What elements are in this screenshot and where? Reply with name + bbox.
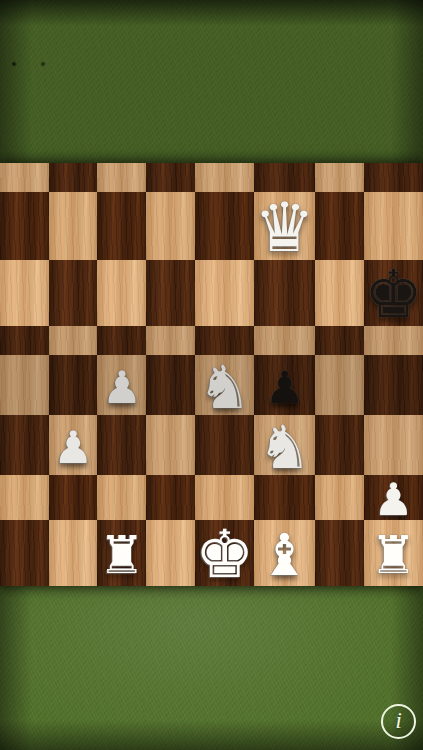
square-b1[interactable] (49, 520, 98, 586)
square-e1[interactable]: ♚ (195, 520, 254, 586)
square-a2[interactable] (0, 475, 49, 520)
square-h1[interactable]: ♜ (364, 520, 423, 586)
square-b4[interactable] (49, 355, 98, 415)
piece-white-knight[interactable]: ♞ (258, 417, 312, 477)
square-h6[interactable]: ♚ (364, 260, 423, 326)
square-b5[interactable] (49, 326, 98, 355)
square-a4[interactable] (0, 355, 49, 415)
square-h4[interactable] (364, 355, 423, 415)
square-b2[interactable] (49, 475, 98, 520)
piece-white-pawn[interactable]: ♟ (102, 365, 142, 410)
piece-white-rook[interactable]: ♜ (99, 529, 146, 581)
piece-white-queen[interactable]: ♛ (254, 194, 315, 262)
square-e4[interactable]: ♞ (195, 355, 254, 415)
square-f2[interactable] (254, 475, 315, 520)
square-h8[interactable] (364, 163, 423, 192)
piece-white-pawn[interactable]: ♟ (373, 477, 413, 522)
square-b7[interactable] (49, 192, 98, 260)
square-a7[interactable] (0, 192, 49, 260)
square-g5[interactable] (315, 326, 364, 355)
square-c2[interactable] (97, 475, 146, 520)
square-e2[interactable] (195, 475, 254, 520)
square-a8[interactable] (0, 163, 49, 192)
square-g6[interactable] (315, 260, 364, 326)
square-c4[interactable]: ♟ (97, 355, 146, 415)
square-e3[interactable] (195, 415, 254, 475)
square-b8[interactable] (49, 163, 98, 192)
square-b3[interactable]: ♟ (49, 415, 98, 475)
square-f1[interactable]: ♝ (254, 520, 315, 586)
square-a5[interactable] (0, 326, 49, 355)
square-h7[interactable] (364, 192, 423, 260)
square-e7[interactable] (195, 192, 254, 260)
square-a6[interactable] (0, 260, 49, 326)
square-d8[interactable] (146, 163, 195, 192)
piece-white-rook[interactable]: ♜ (370, 529, 417, 581)
square-c1[interactable]: ♜ (97, 520, 146, 586)
square-f4[interactable]: ♟ (254, 355, 315, 415)
square-d2[interactable] (146, 475, 195, 520)
felt-table-background: ♛♚♟♞♟♟♞♟♜♚♝♜ i (0, 0, 423, 750)
piece-black-king[interactable]: ♚ (364, 262, 423, 328)
square-g1[interactable] (315, 520, 364, 586)
square-f7[interactable]: ♛ (254, 192, 315, 260)
info-button[interactable]: i (381, 704, 416, 739)
square-g3[interactable] (315, 415, 364, 475)
square-b6[interactable] (49, 260, 98, 326)
square-a3[interactable] (0, 415, 49, 475)
piece-black-pawn[interactable]: ♟ (264, 365, 304, 410)
square-d1[interactable] (146, 520, 195, 586)
square-d7[interactable] (146, 192, 195, 260)
square-e6[interactable] (195, 260, 254, 326)
square-d3[interactable] (146, 415, 195, 475)
square-f5[interactable] (254, 326, 315, 355)
square-h2[interactable]: ♟ (364, 475, 423, 520)
square-c6[interactable] (97, 260, 146, 326)
info-icon: i (395, 707, 402, 734)
piece-white-king[interactable]: ♚ (195, 522, 254, 588)
square-e5[interactable] (195, 326, 254, 355)
square-c8[interactable] (97, 163, 146, 192)
piece-white-knight[interactable]: ♞ (198, 357, 252, 417)
square-f3[interactable]: ♞ (254, 415, 315, 475)
square-c5[interactable] (97, 326, 146, 355)
square-d6[interactable] (146, 260, 195, 326)
square-f6[interactable] (254, 260, 315, 326)
square-d5[interactable] (146, 326, 195, 355)
square-c7[interactable] (97, 192, 146, 260)
square-g7[interactable] (315, 192, 364, 260)
square-d4[interactable] (146, 355, 195, 415)
square-e8[interactable] (195, 163, 254, 192)
square-g8[interactable] (315, 163, 364, 192)
chess-board: ♛♚♟♞♟♟♞♟♜♚♝♜ (0, 163, 423, 586)
square-g2[interactable] (315, 475, 364, 520)
square-h5[interactable] (364, 326, 423, 355)
piece-white-pawn[interactable]: ♟ (53, 425, 93, 470)
square-g4[interactable] (315, 355, 364, 415)
square-a1[interactable] (0, 520, 49, 586)
square-c3[interactable] (97, 415, 146, 475)
piece-white-bishop[interactable]: ♝ (259, 526, 311, 584)
square-h3[interactable] (364, 415, 423, 475)
